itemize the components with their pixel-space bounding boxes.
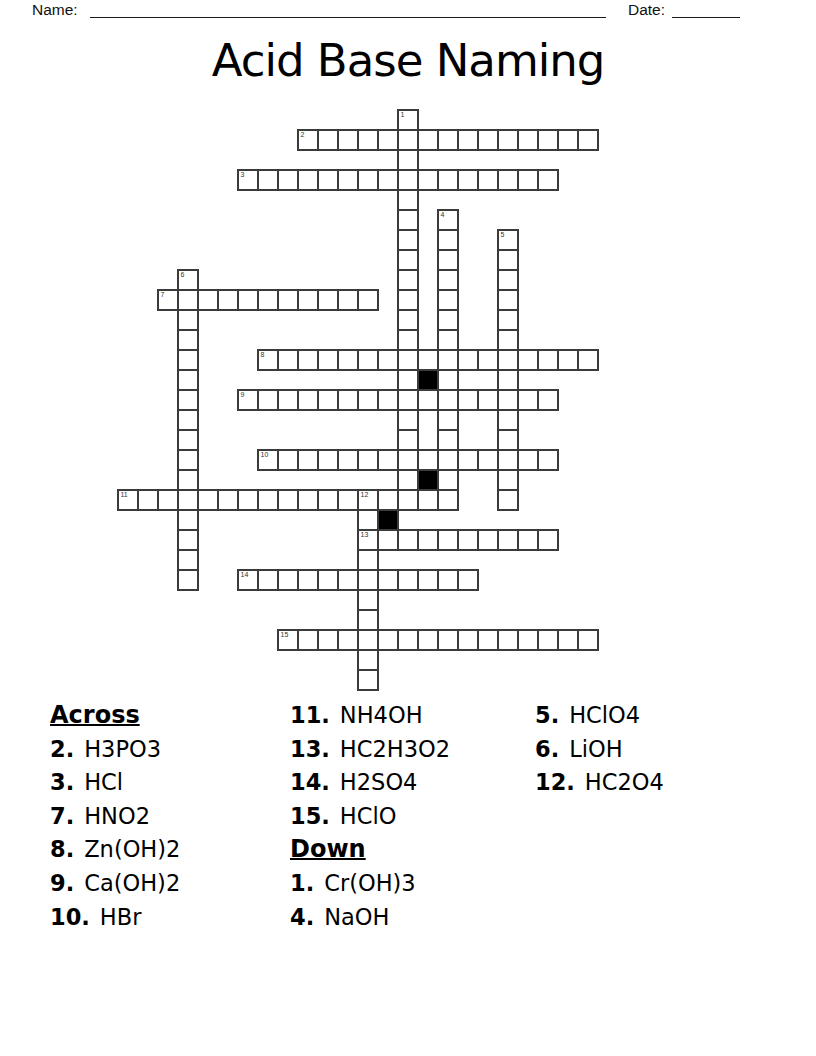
- grid-cell[interactable]: [437, 529, 459, 551]
- grid-cell[interactable]: [397, 169, 419, 191]
- grid-cell[interactable]: [357, 609, 379, 631]
- grid-cell[interactable]: 10: [257, 449, 279, 471]
- grid-cell[interactable]: [457, 129, 479, 151]
- grid-cell[interactable]: [477, 169, 499, 191]
- grid-cell[interactable]: [397, 149, 419, 171]
- grid-cell[interactable]: 9: [237, 389, 259, 411]
- grid-cell[interactable]: [437, 489, 459, 511]
- grid-cell[interactable]: [317, 349, 339, 371]
- grid-cell[interactable]: [517, 629, 539, 651]
- grid-cell[interactable]: [397, 469, 419, 491]
- grid-cell[interactable]: [177, 329, 199, 351]
- clue-item: 5.HClO4: [535, 699, 664, 733]
- grid-cell[interactable]: [337, 449, 359, 471]
- grid-cell[interactable]: [397, 129, 419, 151]
- grid-cell[interactable]: [437, 309, 459, 331]
- grid-cell[interactable]: [397, 409, 419, 431]
- grid-cell[interactable]: [257, 169, 279, 191]
- page-title: Acid Base Naming: [0, 34, 816, 87]
- grid-cell[interactable]: [437, 469, 459, 491]
- grid-cell[interactable]: [577, 629, 599, 651]
- grid-cell[interactable]: [317, 489, 339, 511]
- grid-cell[interactable]: [357, 509, 379, 531]
- grid-cell[interactable]: [397, 249, 419, 271]
- grid-cell[interactable]: [177, 489, 199, 511]
- grid-cell[interactable]: [297, 349, 319, 371]
- clue-number: 10: [261, 450, 269, 459]
- grid-cell[interactable]: [517, 389, 539, 411]
- grid-cell[interactable]: [537, 449, 559, 471]
- grid-cell[interactable]: [397, 189, 419, 211]
- clue-item-formula: HBr: [100, 904, 142, 930]
- grid-cell[interactable]: [537, 629, 559, 651]
- black-cell: [377, 509, 399, 531]
- clue-list-header-label: Down: [290, 835, 366, 863]
- clue-number: 9: [241, 390, 245, 399]
- grid-cell[interactable]: 15: [277, 629, 299, 651]
- grid-cell[interactable]: [317, 449, 339, 471]
- grid-cell[interactable]: [377, 629, 399, 651]
- grid-cell[interactable]: [437, 169, 459, 191]
- grid-cell[interactable]: [197, 289, 219, 311]
- grid-cell[interactable]: [317, 629, 339, 651]
- clue-item-number: 6.: [535, 736, 559, 762]
- grid-cell[interactable]: [357, 129, 379, 151]
- grid-cell[interactable]: [437, 369, 459, 391]
- grid-cell[interactable]: [437, 349, 459, 371]
- clue-column-2: 11.NH4OH13.HC2H3O214.H2SO415.HClODown1.C…: [290, 699, 450, 934]
- grid-cell[interactable]: [357, 669, 379, 691]
- grid-cell[interactable]: [437, 129, 459, 151]
- grid-cell[interactable]: [497, 469, 519, 491]
- grid-cell[interactable]: [397, 329, 419, 351]
- clue-number: 1: [401, 110, 405, 119]
- grid-cell[interactable]: [177, 509, 199, 531]
- grid-cell[interactable]: [397, 529, 419, 551]
- grid-cell[interactable]: [497, 269, 519, 291]
- name-label: Name:: [32, 1, 78, 19]
- grid-cell[interactable]: [317, 289, 339, 311]
- grid-cell[interactable]: [437, 629, 459, 651]
- grid-cell[interactable]: [277, 169, 299, 191]
- grid-cell[interactable]: [397, 449, 419, 471]
- grid-cell[interactable]: [177, 389, 199, 411]
- clue-item-formula: Cr(OH)3: [324, 870, 415, 896]
- grid-cell[interactable]: [577, 349, 599, 371]
- grid-cell[interactable]: [357, 589, 379, 611]
- grid-cell[interactable]: [177, 449, 199, 471]
- black-cell: [417, 369, 439, 391]
- grid-cell[interactable]: [317, 569, 339, 591]
- grid-cell[interactable]: 7: [157, 289, 179, 311]
- clue-item: 14.H2SO4: [290, 766, 450, 800]
- grid-cell[interactable]: [437, 569, 459, 591]
- clue-item-number: 3.: [50, 769, 74, 795]
- grid-cell[interactable]: [297, 169, 319, 191]
- grid-cell[interactable]: [437, 409, 459, 431]
- grid-cell[interactable]: [297, 489, 319, 511]
- grid-cell[interactable]: [397, 489, 419, 511]
- grid-cell[interactable]: [397, 629, 419, 651]
- grid-cell[interactable]: [477, 349, 499, 371]
- grid-cell[interactable]: [357, 169, 379, 191]
- clue-number: 5: [501, 230, 505, 239]
- grid-cell[interactable]: [437, 229, 459, 251]
- grid-cell[interactable]: [257, 569, 279, 591]
- grid-cell[interactable]: [397, 389, 419, 411]
- grid-cell[interactable]: [377, 489, 399, 511]
- grid-cell[interactable]: [417, 489, 439, 511]
- grid-cell[interactable]: [577, 129, 599, 151]
- clue-item-formula: LiOH: [569, 736, 622, 762]
- clue-list-header-label: Across: [50, 701, 140, 729]
- clue-number: 6: [181, 270, 185, 279]
- grid-cell[interactable]: [297, 629, 319, 651]
- grid-cell[interactable]: [277, 349, 299, 371]
- grid-cell[interactable]: [457, 569, 479, 591]
- grid-cell[interactable]: [277, 449, 299, 471]
- grid-cell[interactable]: [417, 449, 439, 471]
- grid-cell[interactable]: [417, 529, 439, 551]
- grid-cell[interactable]: [357, 289, 379, 311]
- grid-cell[interactable]: [397, 349, 419, 371]
- clue-item-number: 10.: [50, 904, 90, 930]
- grid-cell[interactable]: [437, 289, 459, 311]
- grid-cell[interactable]: [277, 389, 299, 411]
- grid-cell[interactable]: [397, 429, 419, 451]
- grid-cell[interactable]: [397, 209, 419, 231]
- clue-item: 9.Ca(OH)2: [50, 867, 180, 901]
- clue-item-formula: H3PO3: [84, 736, 161, 762]
- black-cell: [417, 469, 439, 491]
- grid-cell[interactable]: [277, 289, 299, 311]
- grid-cell[interactable]: [477, 629, 499, 651]
- clue-column-3: 5.HClO46.LiOH12.HC2O4: [535, 699, 664, 800]
- grid-cell[interactable]: [337, 489, 359, 511]
- grid-cell[interactable]: [177, 289, 199, 311]
- clue-item: 12.HC2O4: [535, 766, 664, 800]
- clue-item-formula: HCl: [84, 769, 123, 795]
- grid-cell[interactable]: [177, 429, 199, 451]
- clue-number: 13: [361, 530, 369, 539]
- grid-cell[interactable]: [517, 129, 539, 151]
- clue-item-number: 13.: [290, 736, 330, 762]
- grid-cell[interactable]: [317, 129, 339, 151]
- grid-cell[interactable]: [497, 409, 519, 431]
- clue-item-number: 12.: [535, 769, 575, 795]
- grid-cell[interactable]: 14: [237, 569, 259, 591]
- grid-cell[interactable]: [497, 309, 519, 331]
- grid-cell[interactable]: [417, 569, 439, 591]
- clue-list-header-across: Across: [50, 699, 180, 733]
- grid-cell[interactable]: [357, 389, 379, 411]
- grid-cell[interactable]: [357, 549, 379, 571]
- grid-cell[interactable]: [157, 489, 179, 511]
- grid-cell[interactable]: [537, 129, 559, 151]
- grid-cell[interactable]: [377, 129, 399, 151]
- clue-item: 13.HC2H3O2: [290, 733, 450, 767]
- grid-cell[interactable]: [457, 629, 479, 651]
- grid-cell[interactable]: [317, 169, 339, 191]
- grid-cell[interactable]: [537, 349, 559, 371]
- grid-cell[interactable]: [477, 449, 499, 471]
- grid-cell[interactable]: [457, 169, 479, 191]
- grid-cell[interactable]: [357, 349, 379, 371]
- clue-number: 3: [241, 170, 245, 179]
- grid-cell[interactable]: 5: [497, 229, 519, 251]
- grid-cell[interactable]: [337, 169, 359, 191]
- grid-cell[interactable]: 6: [177, 269, 199, 291]
- clue-number: 7: [161, 290, 165, 299]
- grid-cell[interactable]: 1: [397, 109, 419, 131]
- grid-cell[interactable]: [377, 169, 399, 191]
- grid-cell[interactable]: [397, 269, 419, 291]
- grid-cell[interactable]: [557, 129, 579, 151]
- grid-cell[interactable]: [497, 389, 519, 411]
- clue-item: 4.NaOH: [290, 901, 450, 935]
- grid-cell[interactable]: [337, 569, 359, 591]
- clue-item-number: 15.: [290, 803, 330, 829]
- clue-number: 4: [441, 210, 445, 219]
- clue-item-formula: HC2H3O2: [340, 736, 450, 762]
- grid-cell[interactable]: [177, 569, 199, 591]
- clue-number: 12: [361, 490, 369, 499]
- grid-cell[interactable]: [297, 449, 319, 471]
- clue-item-formula: HC2O4: [585, 769, 664, 795]
- clue-item-formula: HClO: [340, 803, 397, 829]
- grid-cell[interactable]: [497, 369, 519, 391]
- clue-item: 7.HNO2: [50, 800, 180, 834]
- grid-cell[interactable]: [357, 569, 379, 591]
- clue-item: 1.Cr(OH)3: [290, 867, 450, 901]
- date-underline: [672, 17, 740, 18]
- crossword-grid: 123456789101112131415: [118, 110, 598, 690]
- grid-cell[interactable]: [497, 629, 519, 651]
- grid-cell[interactable]: [257, 289, 279, 311]
- grid-cell[interactable]: [457, 389, 479, 411]
- clue-number: 14: [241, 570, 249, 579]
- clue-item-formula: Ca(OH)2: [84, 870, 180, 896]
- grid-cell[interactable]: [437, 449, 459, 471]
- clue-item: 2.H3PO3: [50, 733, 180, 767]
- grid-cell[interactable]: [537, 529, 559, 551]
- name-underline: [90, 17, 606, 18]
- clue-item-formula: NH4OH: [340, 702, 423, 728]
- clue-item: 6.LiOH: [535, 733, 664, 767]
- grid-cell[interactable]: [177, 469, 199, 491]
- clue-item: 10.HBr: [50, 901, 180, 935]
- grid-cell[interactable]: [457, 449, 479, 471]
- grid-cell[interactable]: [457, 349, 479, 371]
- grid-cell[interactable]: [537, 169, 559, 191]
- grid-cell[interactable]: [177, 529, 199, 551]
- grid-cell[interactable]: [457, 529, 479, 551]
- grid-cell[interactable]: [377, 389, 399, 411]
- grid-cell[interactable]: [477, 129, 499, 151]
- grid-cell[interactable]: [237, 289, 259, 311]
- grid-cell[interactable]: [557, 349, 579, 371]
- grid-cell[interactable]: [297, 389, 319, 411]
- grid-cell[interactable]: [497, 429, 519, 451]
- clue-item-number: 1.: [290, 870, 314, 896]
- grid-cell[interactable]: [237, 489, 259, 511]
- grid-cell[interactable]: [497, 129, 519, 151]
- grid-cell[interactable]: [417, 349, 439, 371]
- date-label: Date:: [628, 1, 665, 19]
- clue-item: 3.HCl: [50, 766, 180, 800]
- clue-item-number: 11.: [290, 702, 330, 728]
- grid-cell[interactable]: [497, 529, 519, 551]
- grid-cell[interactable]: [337, 129, 359, 151]
- grid-cell[interactable]: [397, 369, 419, 391]
- grid-cell[interactable]: [377, 569, 399, 591]
- grid-cell[interactable]: [517, 449, 539, 471]
- grid-cell[interactable]: [377, 349, 399, 371]
- grid-cell[interactable]: [297, 569, 319, 591]
- grid-cell[interactable]: [357, 649, 379, 671]
- grid-cell[interactable]: [357, 629, 379, 651]
- clue-number: 11: [121, 490, 128, 499]
- grid-cell[interactable]: [337, 629, 359, 651]
- grid-cell[interactable]: [137, 489, 159, 511]
- grid-cell[interactable]: [257, 389, 279, 411]
- clue-item-number: 14.: [290, 769, 330, 795]
- clue-number: 8: [261, 350, 265, 359]
- grid-cell[interactable]: [217, 489, 239, 511]
- grid-cell[interactable]: 2: [297, 129, 319, 151]
- grid-cell[interactable]: [377, 529, 399, 551]
- clue-item-number: 8.: [50, 836, 74, 862]
- grid-cell[interactable]: [437, 329, 459, 351]
- grid-cell[interactable]: [417, 389, 439, 411]
- clue-item-formula: H2SO4: [340, 769, 418, 795]
- grid-cell[interactable]: [497, 329, 519, 351]
- clue-list-header-down: Down: [290, 833, 450, 867]
- grid-cell[interactable]: [197, 489, 219, 511]
- clue-item-number: 5.: [535, 702, 559, 728]
- grid-cell[interactable]: [397, 569, 419, 591]
- grid-cell[interactable]: [517, 169, 539, 191]
- grid-cell[interactable]: [417, 129, 439, 151]
- grid-cell[interactable]: [337, 289, 359, 311]
- clue-item-number: 7.: [50, 803, 74, 829]
- clue-item-formula: HClO4: [569, 702, 640, 728]
- grid-cell[interactable]: [357, 449, 379, 471]
- grid-cell[interactable]: [177, 309, 199, 331]
- grid-cell[interactable]: [497, 489, 519, 511]
- clue-item-formula: Zn(OH)2: [84, 836, 180, 862]
- clue-item-number: 9.: [50, 870, 74, 896]
- clue-item-formula: HNO2: [84, 803, 150, 829]
- grid-cell[interactable]: [277, 569, 299, 591]
- grid-cell[interactable]: [377, 449, 399, 471]
- clue-item-formula: NaOH: [324, 904, 389, 930]
- grid-cell[interactable]: [397, 309, 419, 331]
- grid-cell[interactable]: [497, 249, 519, 271]
- clue-number: 15: [281, 630, 289, 639]
- grid-cell[interactable]: [497, 449, 519, 471]
- grid-cell[interactable]: 4: [437, 209, 459, 231]
- grid-cell[interactable]: [337, 349, 359, 371]
- grid-cell[interactable]: [497, 349, 519, 371]
- grid-cell[interactable]: [517, 529, 539, 551]
- grid-cell[interactable]: 3: [237, 169, 259, 191]
- grid-cell[interactable]: [477, 389, 499, 411]
- grid-cell[interactable]: 13: [357, 529, 379, 551]
- clue-item-number: 2.: [50, 736, 74, 762]
- grid-cell[interactable]: [397, 289, 419, 311]
- grid-cell[interactable]: [177, 369, 199, 391]
- grid-cell[interactable]: 8: [257, 349, 279, 371]
- clue-item: 15.HClO: [290, 800, 450, 834]
- grid-cell[interactable]: [477, 529, 499, 551]
- clue-item-number: 4.: [290, 904, 314, 930]
- grid-cell[interactable]: [437, 429, 459, 451]
- grid-cell[interactable]: [337, 389, 359, 411]
- grid-cell[interactable]: [277, 489, 299, 511]
- grid-cell[interactable]: [437, 269, 459, 291]
- grid-cell[interactable]: [317, 389, 339, 411]
- clue-number: 2: [301, 130, 305, 139]
- grid-cell[interactable]: [537, 389, 559, 411]
- grid-cell[interactable]: [497, 289, 519, 311]
- grid-cell[interactable]: 12: [357, 489, 379, 511]
- grid-cell[interactable]: [417, 629, 439, 651]
- clue-item: 8.Zn(OH)2: [50, 833, 180, 867]
- grid-cell[interactable]: [397, 229, 419, 251]
- grid-cell[interactable]: [297, 289, 319, 311]
- grid-cell[interactable]: [437, 389, 459, 411]
- grid-cell[interactable]: 11: [117, 489, 139, 511]
- grid-cell[interactable]: [217, 289, 239, 311]
- grid-cell[interactable]: [417, 169, 439, 191]
- grid-cell[interactable]: [517, 349, 539, 371]
- grid-cell[interactable]: [177, 549, 199, 571]
- grid-cell[interactable]: [177, 409, 199, 431]
- grid-cell[interactable]: [257, 489, 279, 511]
- grid-cell[interactable]: [497, 169, 519, 191]
- grid-cell[interactable]: [437, 249, 459, 271]
- grid-cell[interactable]: [557, 629, 579, 651]
- grid-cell[interactable]: [177, 349, 199, 371]
- clue-item: 11.NH4OH: [290, 699, 450, 733]
- clue-column-1: Across2.H3PO33.HCl7.HNO28.Zn(OH)29.Ca(OH…: [50, 699, 180, 934]
